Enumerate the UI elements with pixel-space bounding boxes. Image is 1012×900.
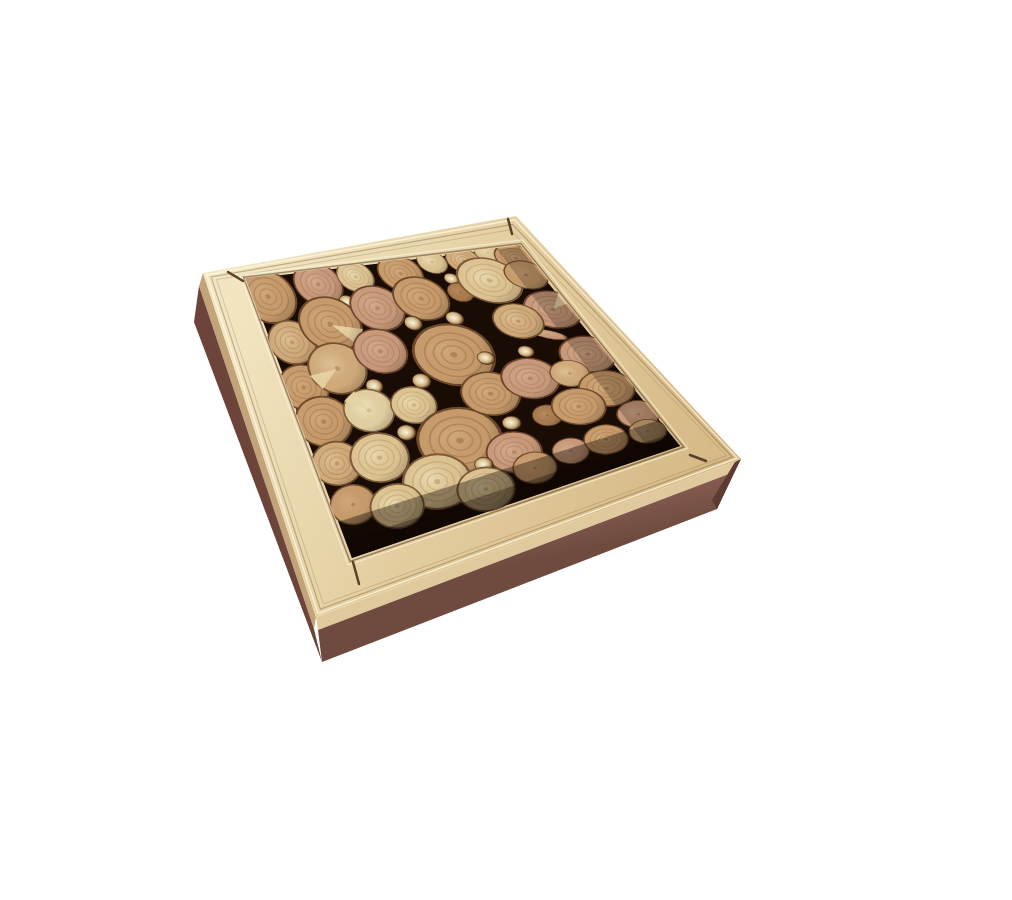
- product-photo: [0, 0, 1012, 900]
- box-photo-svg: [0, 0, 1012, 900]
- wood-slice-box-scene: [0, 0, 1012, 900]
